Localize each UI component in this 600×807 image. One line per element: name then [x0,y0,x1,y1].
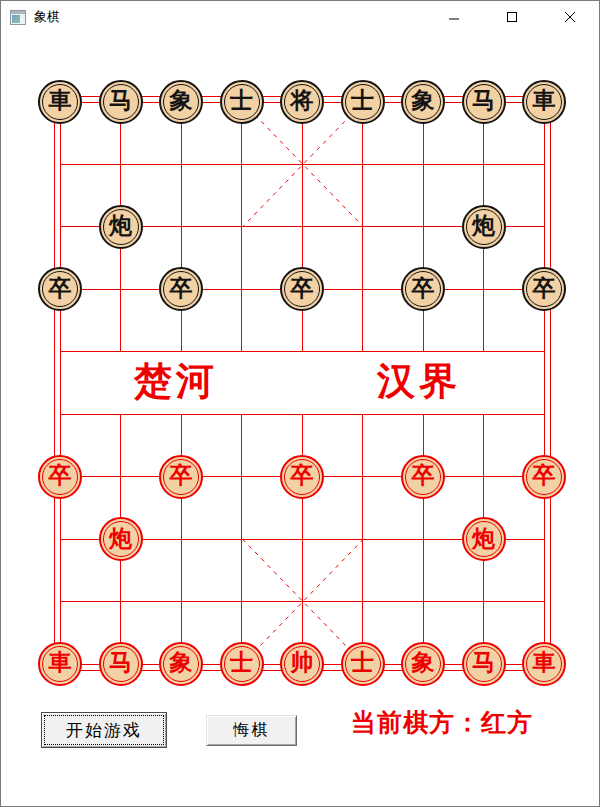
piece-label: 象 [412,89,435,112]
piece-label: 马 [109,89,132,112]
piece-label: 車 [49,89,72,112]
xiangqi-piece-red[interactable]: 帅 [280,642,324,686]
piece-label: 士 [351,89,374,112]
xiangqi-piece-red[interactable]: 马 [462,642,506,686]
xiangqi-piece-black[interactable]: 卒 [522,267,566,311]
piece-label: 卒 [412,277,435,300]
piece-label: 士 [230,651,253,674]
piece-grid[interactable]: 車马象士将士象马車炮炮卒卒卒卒卒卒卒卒卒卒炮炮車马象士帅士象马車 [30,71,575,695]
piece-label: 将 [291,89,314,112]
piece-label: 士 [230,89,253,112]
xiangqi-piece-black[interactable]: 卒 [401,267,445,311]
window-controls [425,1,599,33]
piece-label: 卒 [49,464,72,487]
piece-label: 炮 [109,527,132,550]
xiangqi-piece-black[interactable]: 象 [159,80,203,124]
xiangqi-piece-black[interactable]: 卒 [159,267,203,311]
piece-label: 車 [533,89,556,112]
xiangqi-piece-black[interactable]: 象 [401,80,445,124]
xiangqi-piece-red[interactable]: 士 [341,642,385,686]
undo-move-button[interactable]: 悔棋 [206,715,297,746]
piece-label: 象 [412,651,435,674]
piece-label: 炮 [109,214,132,237]
piece-label: 車 [49,651,72,674]
xiangqi-piece-black[interactable]: 炮 [462,205,506,249]
maximize-icon [506,11,518,23]
xiangqi-piece-red[interactable]: 卒 [280,455,324,499]
xiangqi-piece-red[interactable]: 卒 [522,455,566,499]
xiangqi-piece-red[interactable]: 卒 [159,455,203,499]
xiangqi-piece-black[interactable]: 車 [38,80,82,124]
piece-label: 車 [533,651,556,674]
minimize-icon [448,11,460,23]
piece-label: 马 [109,651,132,674]
xiangqi-piece-red[interactable]: 炮 [99,517,143,561]
xiangqi-piece-black[interactable]: 士 [220,80,264,124]
piece-label: 炮 [472,527,495,550]
close-icon [564,11,576,23]
close-button[interactable] [541,1,599,33]
minimize-button[interactable] [425,1,483,33]
xiangqi-piece-red[interactable]: 車 [38,642,82,686]
xiangqi-piece-black[interactable]: 马 [462,80,506,124]
xiangqi-piece-black[interactable]: 将 [280,80,324,124]
xiangqi-piece-black[interactable]: 士 [341,80,385,124]
piece-label: 帅 [291,651,314,674]
piece-label: 象 [170,651,193,674]
xiangqi-piece-red[interactable]: 車 [522,642,566,686]
app-window: 象棋 [0,0,600,807]
maximize-button[interactable] [483,1,541,33]
piece-label: 炮 [472,214,495,237]
xiangqi-piece-black[interactable]: 車 [522,80,566,124]
piece-label: 卒 [170,464,193,487]
xiangqi-piece-red[interactable]: 卒 [38,455,82,499]
xiangqi-piece-red[interactable]: 士 [220,642,264,686]
piece-label: 卒 [412,464,435,487]
start-game-button[interactable]: 开始游戏 [41,712,167,748]
window-title: 象棋 [34,8,60,26]
piece-label: 士 [351,651,374,674]
xiangqi-piece-black[interactable]: 马 [99,80,143,124]
xiangqi-piece-red[interactable]: 炮 [462,517,506,561]
piece-label: 马 [472,89,495,112]
piece-label: 卒 [170,277,193,300]
piece-label: 象 [170,89,193,112]
piece-label: 卒 [291,277,314,300]
title-bar: 象棋 [1,1,599,33]
xiangqi-board: 楚河 汉界 車马象士将士象马車炮炮卒卒卒卒卒卒卒卒卒卒炮炮車马象士帅士象马車 [1,33,600,751]
xiangqi-piece-black[interactable]: 炮 [99,205,143,249]
xiangqi-piece-black[interactable]: 卒 [280,267,324,311]
xiangqi-piece-red[interactable]: 卒 [401,455,445,499]
piece-label: 卒 [291,464,314,487]
app-icon [10,10,26,25]
xiangqi-piece-black[interactable]: 卒 [38,267,82,311]
xiangqi-piece-red[interactable]: 马 [99,642,143,686]
xiangqi-piece-red[interactable]: 象 [401,642,445,686]
current-turn-label: 当前棋方：红方 [351,706,533,739]
piece-label: 马 [472,651,495,674]
piece-label: 卒 [533,464,556,487]
xiangqi-piece-red[interactable]: 象 [159,642,203,686]
piece-label: 卒 [533,277,556,300]
piece-label: 卒 [49,277,72,300]
